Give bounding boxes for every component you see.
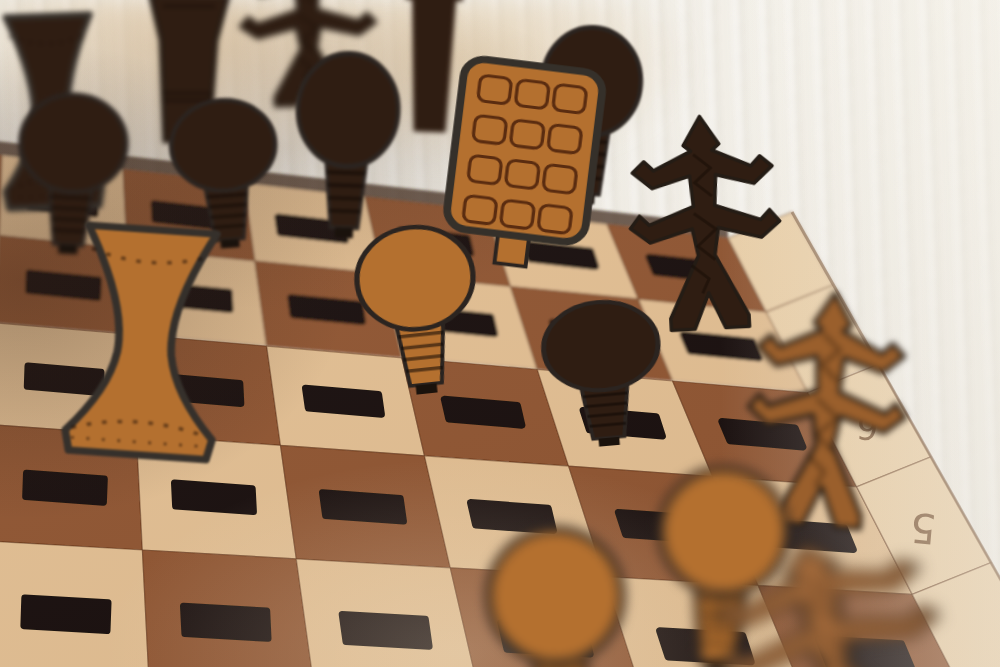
square-slot — [175, 483, 254, 512]
square-slot — [26, 473, 105, 502]
square-slot — [24, 598, 108, 631]
square-slot — [683, 335, 759, 358]
square-slot — [444, 399, 522, 425]
piece-black-pawn-e4-bulb[interactable] — [532, 291, 675, 452]
piece-black-pawn-c7-bulb[interactable] — [287, 44, 408, 240]
piece-white-pawn-e3-bulb[interactable] — [474, 515, 642, 667]
square-slot — [323, 493, 404, 521]
photo-of-chess-set: 7 65 — [0, 0, 1000, 667]
piece-white-bishop-b5-cooling-tower[interactable] — [47, 212, 242, 474]
piece-white-pawn-d5-bulb[interactable] — [343, 214, 492, 401]
square-slot — [184, 606, 269, 638]
square-slot — [342, 614, 429, 646]
